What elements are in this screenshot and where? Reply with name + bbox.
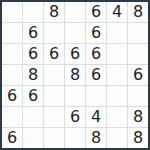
cell-r7c4[interactable] (65, 128, 85, 148)
cell-r6c2[interactable] (23, 107, 43, 127)
cell-r4c7[interactable]: 6 (128, 65, 148, 85)
cell-r2c3[interactable] (44, 23, 64, 43)
cell-r1c2[interactable] (23, 2, 43, 22)
cell-r5c3[interactable] (44, 86, 64, 106)
cell-r7c5[interactable]: 8 (86, 128, 106, 148)
cell-r1c7[interactable]: 8 (128, 2, 148, 22)
cell-r4c5[interactable]: 6 (86, 65, 106, 85)
cell-r4c6[interactable] (107, 65, 127, 85)
cell-r7c3[interactable] (44, 128, 64, 148)
cell-r7c6[interactable] (107, 128, 127, 148)
cell-r7c7[interactable]: 8 (128, 128, 148, 148)
cell-r2c6[interactable] (107, 23, 127, 43)
cell-r5c1[interactable]: 6 (2, 86, 22, 106)
cell-r1c6[interactable]: 4 (107, 2, 127, 22)
cell-r4c2[interactable]: 8 (23, 65, 43, 85)
cell-r5c5[interactable] (86, 86, 106, 106)
cell-r3c4[interactable]: 6 (65, 44, 85, 64)
cell-r5c7[interactable] (128, 86, 148, 106)
cell-r6c4[interactable]: 6 (65, 107, 85, 127)
cell-r4c3[interactable] (44, 65, 64, 85)
puzzle-board: 8648666666886666648688 (0, 0, 150, 150)
cell-r4c1[interactable] (2, 65, 22, 85)
cell-r6c7[interactable]: 8 (128, 107, 148, 127)
cell-r5c2[interactable]: 6 (23, 86, 43, 106)
cell-r2c4[interactable] (65, 23, 85, 43)
cell-r6c5[interactable]: 4 (86, 107, 106, 127)
cell-r1c5[interactable]: 6 (86, 2, 106, 22)
cell-r6c1[interactable] (2, 107, 22, 127)
cell-r6c6[interactable] (107, 107, 127, 127)
cell-r1c3[interactable]: 8 (44, 2, 64, 22)
cell-r2c5[interactable]: 6 (86, 23, 106, 43)
cell-r2c1[interactable] (2, 23, 22, 43)
cell-r3c3[interactable]: 6 (44, 44, 64, 64)
cell-r7c1[interactable]: 6 (2, 128, 22, 148)
cell-r3c1[interactable] (2, 44, 22, 64)
cell-r5c4[interactable] (65, 86, 85, 106)
cell-r3c5[interactable]: 6 (86, 44, 106, 64)
cell-r1c4[interactable] (65, 2, 85, 22)
cell-r5c6[interactable] (107, 86, 127, 106)
cell-r3c6[interactable] (107, 44, 127, 64)
cell-r3c7[interactable] (128, 44, 148, 64)
cell-r7c2[interactable] (23, 128, 43, 148)
cell-r2c2[interactable]: 6 (23, 23, 43, 43)
cell-r1c1[interactable] (2, 2, 22, 22)
cell-r2c7[interactable] (128, 23, 148, 43)
cell-r4c4[interactable]: 8 (65, 65, 85, 85)
cell-r3c2[interactable]: 6 (23, 44, 43, 64)
cell-r6c3[interactable] (44, 107, 64, 127)
